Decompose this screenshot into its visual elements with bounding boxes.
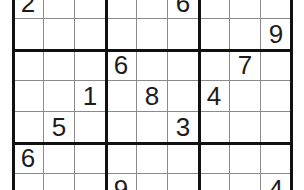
sudoku-cell-r8c6[interactable] [168,174,199,190]
sudoku-cell-r6c6[interactable]: 3 [168,112,199,143]
sudoku-cell-r6c5[interactable] [137,112,168,143]
sudoku-cell-r6c7[interactable] [199,112,230,143]
sudoku-cell-r3c6[interactable] [168,19,199,50]
sudoku-cell-r7c7[interactable] [199,143,230,174]
sudoku-cell-r3c8[interactable] [230,19,261,50]
sudoku-cell-r7c8[interactable] [230,143,261,174]
sudoku-cell-r5c2[interactable] [44,81,75,112]
sudoku-cell-r5c8[interactable] [230,81,261,112]
sudoku-cell-r6c9[interactable] [261,112,292,143]
sudoku-cell-r8c9[interactable]: 4 [261,174,292,190]
sudoku-screen: 2696718453694 [0,0,304,190]
sudoku-cell-r7c3[interactable] [75,143,106,174]
sudoku-cell-r7c5[interactable] [137,143,168,174]
sudoku-cell-r4c9[interactable] [261,50,292,81]
sudoku-cell-r3c7[interactable] [199,19,230,50]
sudoku-cell-r8c3[interactable] [75,174,106,190]
sudoku-cell-r2c5[interactable] [137,0,168,19]
sudoku-cell-r6c2[interactable]: 5 [44,112,75,143]
sudoku-cell-r8c7[interactable] [199,174,230,190]
sudoku-cell-r4c5[interactable] [137,50,168,81]
sudoku-cell-r4c3[interactable] [75,50,106,81]
sudoku-cell-r4c1[interactable] [13,50,44,81]
sudoku-cell-r6c4[interactable] [106,112,137,143]
sudoku-cell-r4c4[interactable]: 6 [106,50,137,81]
sudoku-cell-r2c4[interactable] [106,0,137,19]
sudoku-cell-r4c8[interactable]: 7 [230,50,261,81]
sudoku-cell-r7c1[interactable]: 6 [13,143,44,174]
sudoku-cell-r5c3[interactable]: 1 [75,81,106,112]
sudoku-cell-r7c9[interactable] [261,143,292,174]
sudoku-cell-r2c7[interactable] [199,0,230,19]
sudoku-cell-r2c9[interactable] [261,0,292,19]
sudoku-cell-r8c5[interactable] [137,174,168,190]
sudoku-cell-r3c1[interactable] [13,19,44,50]
sudoku-cell-r3c2[interactable] [44,19,75,50]
sudoku-cell-r2c6[interactable]: 6 [168,0,199,19]
sudoku-cell-r4c6[interactable] [168,50,199,81]
sudoku-cell-r7c4[interactable] [106,143,137,174]
sudoku-cell-r2c3[interactable] [75,0,106,19]
sudoku-cell-r8c8[interactable] [230,174,261,190]
sudoku-cell-r5c4[interactable] [106,81,137,112]
sudoku-cell-r6c1[interactable] [13,112,44,143]
sudoku-cell-r5c5[interactable]: 8 [137,81,168,112]
sudoku-cell-r6c8[interactable] [230,112,261,143]
sudoku-cell-r3c5[interactable] [137,19,168,50]
sudoku-cell-r5c6[interactable] [168,81,199,112]
sudoku-cell-r4c2[interactable] [44,50,75,81]
sudoku-cell-r8c2[interactable] [44,174,75,190]
sudoku-cell-r3c9[interactable]: 9 [261,19,292,50]
sudoku-cell-r8c1[interactable] [13,174,44,190]
sudoku-cell-r5c9[interactable] [261,81,292,112]
sudoku-cell-r5c7[interactable]: 4 [199,81,230,112]
sudoku-cell-r6c3[interactable] [75,112,106,143]
sudoku-cell-r8c4[interactable]: 9 [106,174,137,190]
sudoku-cell-r3c3[interactable] [75,19,106,50]
sudoku-cell-r5c1[interactable] [13,81,44,112]
sudoku-board: 2696718453694 [13,0,292,190]
sudoku-cell-r2c8[interactable] [230,0,261,19]
sudoku-cell-r7c2[interactable] [44,143,75,174]
sudoku-cell-r7c6[interactable] [168,143,199,174]
sudoku-cell-r4c7[interactable] [199,50,230,81]
sudoku-cell-grid: 2696718453694 [13,0,292,190]
sudoku-cell-r2c1[interactable]: 2 [13,0,44,19]
sudoku-cell-r2c2[interactable] [44,0,75,19]
sudoku-cell-r3c4[interactable] [106,19,137,50]
